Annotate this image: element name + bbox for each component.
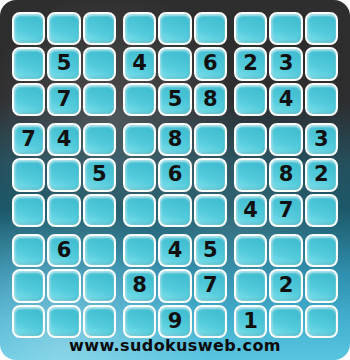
sudoku-cell[interactable]: 8 xyxy=(123,269,156,302)
sudoku-cell[interactable] xyxy=(83,47,116,80)
sudoku-cell[interactable] xyxy=(83,12,116,45)
sudoku-cell[interactable] xyxy=(83,305,116,338)
sudoku-box: 45879 xyxy=(123,234,227,338)
sudoku-cell[interactable] xyxy=(12,194,45,227)
sudoku-cell[interactable]: 2 xyxy=(305,158,338,191)
sudoku-cell[interactable] xyxy=(123,305,156,338)
sudoku-cell[interactable] xyxy=(12,158,45,191)
sudoku-cell[interactable] xyxy=(83,194,116,227)
sudoku-box: 4658 xyxy=(123,12,227,116)
sudoku-cell[interactable] xyxy=(269,123,302,156)
sudoku-box: 86 xyxy=(123,123,227,227)
sudoku-cell[interactable] xyxy=(305,12,338,45)
sudoku-cell[interactable] xyxy=(269,234,302,267)
sudoku-cell[interactable] xyxy=(123,123,156,156)
sudoku-cell[interactable] xyxy=(123,12,156,45)
sudoku-box: 38247 xyxy=(234,123,338,227)
sudoku-cell[interactable] xyxy=(194,12,227,45)
sudoku-cell[interactable] xyxy=(123,194,156,227)
sudoku-cell[interactable] xyxy=(305,194,338,227)
sudoku-box: 234 xyxy=(234,12,338,116)
sudoku-cell[interactable]: 8 xyxy=(194,83,227,116)
sudoku-cell[interactable] xyxy=(158,47,191,80)
sudoku-box: 21 xyxy=(234,234,338,338)
sudoku-cell[interactable]: 7 xyxy=(12,123,45,156)
sudoku-cell[interactable] xyxy=(47,305,80,338)
sudoku-cell[interactable]: 4 xyxy=(269,83,302,116)
sudoku-cell[interactable] xyxy=(83,234,116,267)
sudoku-cell[interactable] xyxy=(47,269,80,302)
sudoku-cell[interactable] xyxy=(194,158,227,191)
sudoku-cell[interactable] xyxy=(158,194,191,227)
sudoku-cell[interactable] xyxy=(234,83,267,116)
sudoku-box: 6 xyxy=(12,234,116,338)
sudoku-cell[interactable]: 4 xyxy=(234,194,267,227)
sudoku-cell[interactable] xyxy=(234,269,267,302)
sudoku-cell[interactable]: 5 xyxy=(47,47,80,80)
sudoku-cell[interactable] xyxy=(269,305,302,338)
sudoku-cell[interactable] xyxy=(123,158,156,191)
sudoku-cell[interactable]: 5 xyxy=(158,83,191,116)
sudoku-cell[interactable] xyxy=(47,12,80,45)
sudoku-box: 57 xyxy=(12,12,116,116)
sudoku-cell[interactable] xyxy=(305,83,338,116)
sudoku-cell[interactable] xyxy=(12,12,45,45)
sudoku-cell[interactable] xyxy=(47,194,80,227)
sudoku-puzzle-panel: 574658234745863824764587921 www.sudokusw… xyxy=(0,0,350,360)
sudoku-cell[interactable]: 4 xyxy=(123,47,156,80)
sudoku-cell[interactable]: 9 xyxy=(158,305,191,338)
sudoku-cell[interactable] xyxy=(12,47,45,80)
sudoku-cell[interactable] xyxy=(123,234,156,267)
sudoku-cell[interactable] xyxy=(83,269,116,302)
sudoku-cell[interactable] xyxy=(194,123,227,156)
sudoku-cell[interactable]: 4 xyxy=(158,234,191,267)
sudoku-cell[interactable]: 6 xyxy=(47,234,80,267)
sudoku-cell[interactable]: 2 xyxy=(269,269,302,302)
sudoku-cell[interactable] xyxy=(158,269,191,302)
website-url: www.sudokusweb.com xyxy=(0,336,350,355)
sudoku-cell[interactable] xyxy=(305,47,338,80)
sudoku-cell[interactable] xyxy=(12,234,45,267)
sudoku-cell[interactable]: 8 xyxy=(158,123,191,156)
sudoku-cell[interactable]: 3 xyxy=(269,47,302,80)
sudoku-cell[interactable]: 8 xyxy=(269,158,302,191)
sudoku-cell[interactable] xyxy=(305,234,338,267)
sudoku-cell[interactable] xyxy=(83,123,116,156)
sudoku-cell[interactable] xyxy=(158,12,191,45)
sudoku-cell[interactable] xyxy=(234,158,267,191)
sudoku-cell[interactable]: 3 xyxy=(305,123,338,156)
sudoku-cell[interactable] xyxy=(47,158,80,191)
sudoku-cell[interactable]: 5 xyxy=(194,234,227,267)
sudoku-cell[interactable]: 6 xyxy=(194,47,227,80)
sudoku-cell[interactable] xyxy=(234,123,267,156)
sudoku-cell[interactable]: 7 xyxy=(194,269,227,302)
sudoku-cell[interactable] xyxy=(305,305,338,338)
sudoku-cell[interactable]: 7 xyxy=(47,83,80,116)
sudoku-cell[interactable] xyxy=(12,83,45,116)
sudoku-cell[interactable] xyxy=(234,234,267,267)
sudoku-cell[interactable] xyxy=(194,305,227,338)
sudoku-board: 574658234745863824764587921 xyxy=(12,12,338,338)
sudoku-cell[interactable]: 6 xyxy=(158,158,191,191)
sudoku-cell[interactable]: 7 xyxy=(269,194,302,227)
sudoku-cell[interactable] xyxy=(194,194,227,227)
sudoku-cell[interactable]: 2 xyxy=(234,47,267,80)
sudoku-cell[interactable] xyxy=(305,269,338,302)
sudoku-cell[interactable] xyxy=(12,305,45,338)
sudoku-cell[interactable] xyxy=(234,12,267,45)
sudoku-cell[interactable]: 1 xyxy=(234,305,267,338)
sudoku-cell[interactable] xyxy=(12,269,45,302)
sudoku-cell[interactable]: 4 xyxy=(47,123,80,156)
sudoku-cell[interactable]: 5 xyxy=(83,158,116,191)
sudoku-cell[interactable] xyxy=(123,83,156,116)
sudoku-cell[interactable] xyxy=(269,12,302,45)
sudoku-cell[interactable] xyxy=(83,83,116,116)
sudoku-box: 745 xyxy=(12,123,116,227)
